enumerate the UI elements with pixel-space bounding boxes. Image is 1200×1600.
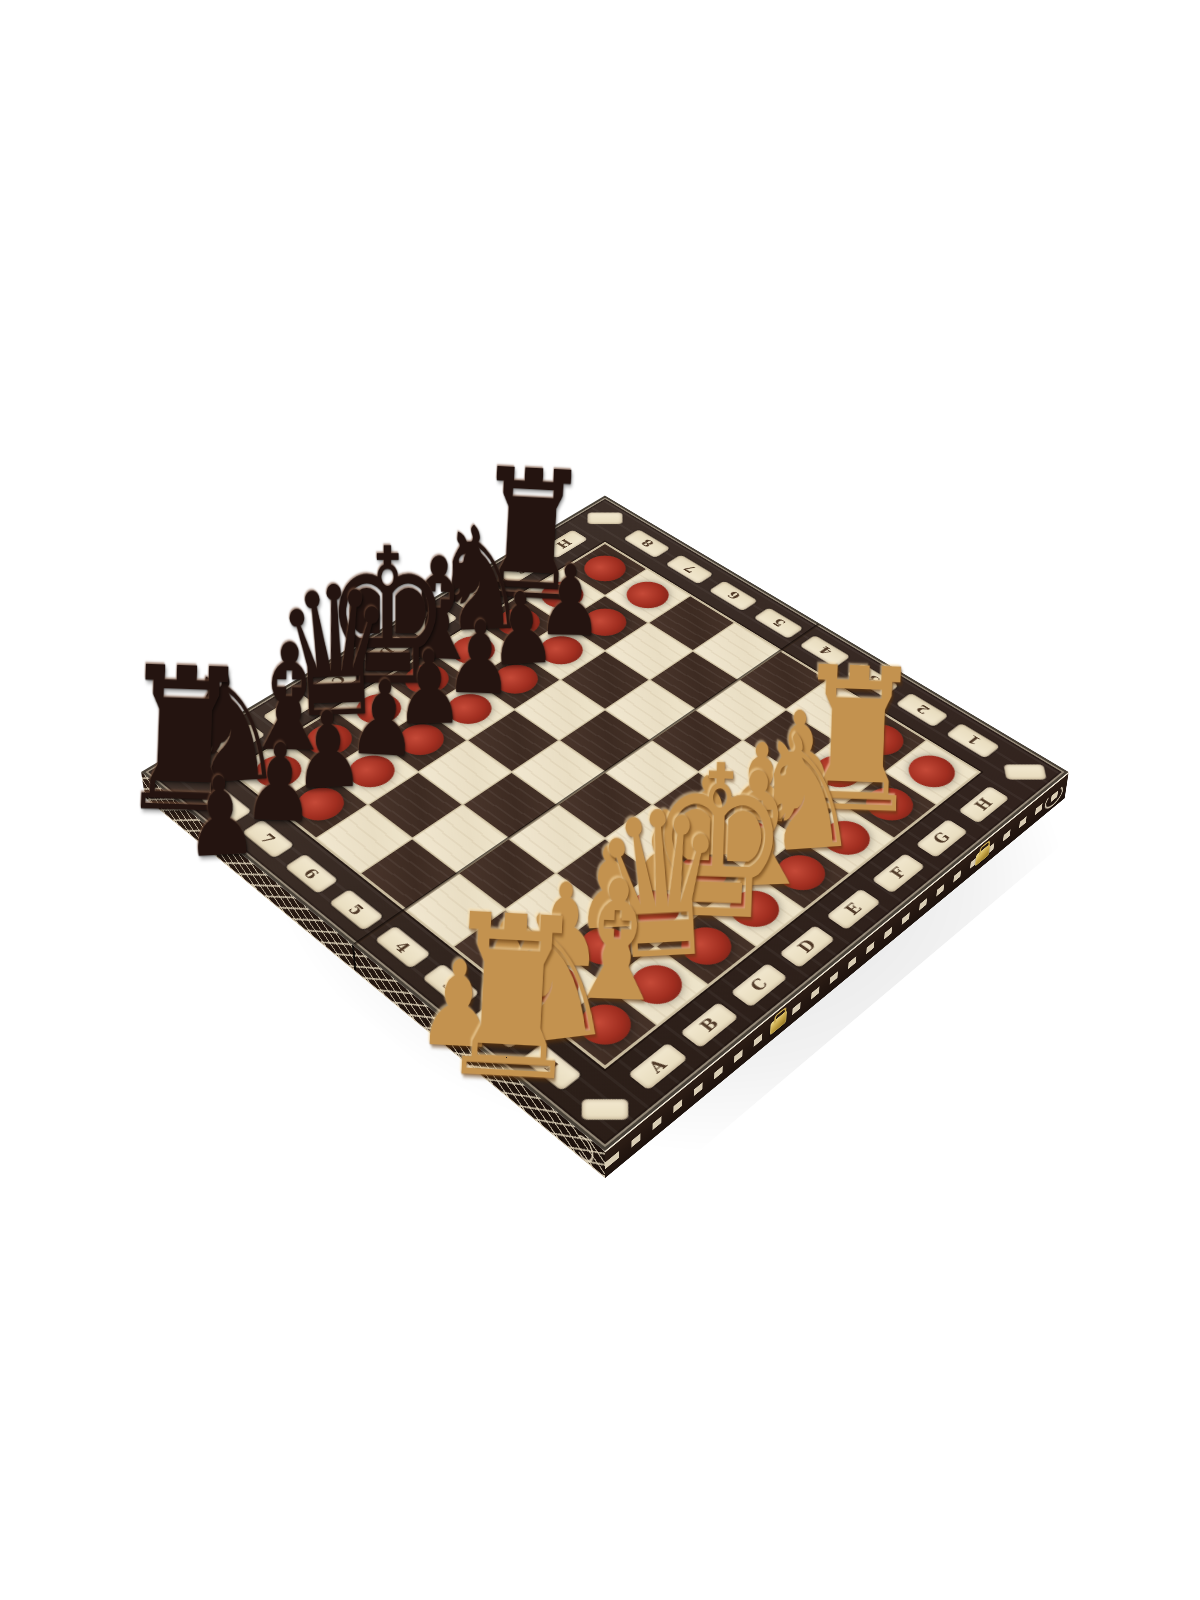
- pawn-glyph: ♟: [125, 758, 316, 876]
- piece-black-pawn-h7[interactable]: ♟: [605, 569, 690, 623]
- photo-scene: AABBCCDDEEFFGGHH1122334455667788 ♜♞♟♝♟♚♟…: [0, 0, 1200, 1600]
- pieces-layer: ♜♞♟♝♟♚♟♛♟♝♟♞♟♟♜♟♟♜♟♟♞♟♝♟♚♟♛♟♝♟♞♜: [141, 495, 1069, 1151]
- piece-white-rook-h1[interactable]: ♜: [885, 740, 978, 804]
- corner-plaque: [587, 512, 622, 524]
- fold-seam: [352, 944, 356, 971]
- rook-glyph: ♜: [403, 882, 621, 1115]
- chess-board: AABBCCDDEEFFGGHH1122334455667788 ♜♞♟♝♟♚♟…: [141, 495, 1069, 1151]
